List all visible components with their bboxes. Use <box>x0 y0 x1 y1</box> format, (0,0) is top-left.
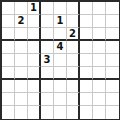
cell-r7c9[interactable] <box>106 80 119 93</box>
cell-r2c8[interactable] <box>93 15 106 28</box>
cell-r8c6[interactable] <box>67 93 80 106</box>
given-digit: 4 <box>57 42 64 52</box>
cell-r2c7[interactable] <box>80 15 93 28</box>
cell-r5c3[interactable] <box>28 54 41 67</box>
cell-r5c4[interactable]: 3 <box>41 54 54 67</box>
cell-r8c1[interactable] <box>2 93 15 106</box>
cell-r7c3[interactable] <box>28 80 41 93</box>
cell-r1c3[interactable]: 1 <box>28 2 41 15</box>
cell-r6c9[interactable] <box>106 67 119 80</box>
cell-r5c7[interactable] <box>80 54 93 67</box>
cell-r6c5[interactable] <box>54 67 67 80</box>
cell-r4c5[interactable]: 4 <box>54 41 67 54</box>
cell-r9c2[interactable] <box>15 106 28 119</box>
given-digit: 1 <box>30 3 37 13</box>
cell-r9c5[interactable] <box>54 106 67 119</box>
cell-r4c3[interactable] <box>28 41 41 54</box>
cell-r6c7[interactable] <box>80 67 93 80</box>
cell-r6c2[interactable] <box>15 67 28 80</box>
cell-r3c1[interactable] <box>2 28 15 41</box>
cell-r9c9[interactable] <box>106 106 119 119</box>
cell-r2c1[interactable] <box>2 15 15 28</box>
cell-r9c6[interactable] <box>67 106 80 119</box>
cell-r3c4[interactable] <box>41 28 54 41</box>
cell-r5c9[interactable] <box>106 54 119 67</box>
cell-r8c5[interactable] <box>54 93 67 106</box>
cell-r7c8[interactable] <box>93 80 106 93</box>
cell-r1c4[interactable] <box>41 2 54 15</box>
given-digit: 3 <box>44 55 51 65</box>
cell-r2c5[interactable]: 1 <box>54 15 67 28</box>
cell-r2c2[interactable]: 2 <box>15 15 28 28</box>
cell-r1c6[interactable] <box>67 2 80 15</box>
given-digit: 1 <box>57 16 64 26</box>
cell-r2c6[interactable] <box>67 15 80 28</box>
cell-r4c6[interactable] <box>67 41 80 54</box>
cell-r6c1[interactable] <box>2 67 15 80</box>
cell-r3c8[interactable] <box>93 28 106 41</box>
cell-r5c6[interactable] <box>67 54 80 67</box>
cell-r8c7[interactable] <box>80 93 93 106</box>
cell-r7c1[interactable] <box>2 80 15 93</box>
cell-r8c4[interactable] <box>41 93 54 106</box>
given-digit: 2 <box>69 29 76 39</box>
cell-r3c6[interactable]: 2 <box>67 28 80 41</box>
cell-r4c9[interactable] <box>106 41 119 54</box>
cell-r4c8[interactable] <box>93 41 106 54</box>
cell-r4c7[interactable] <box>80 41 93 54</box>
sudoku-board: 121243 <box>0 0 120 120</box>
cell-r9c1[interactable] <box>2 106 15 119</box>
cell-r1c7[interactable] <box>80 2 93 15</box>
cell-r7c4[interactable] <box>41 80 54 93</box>
cell-r9c4[interactable] <box>41 106 54 119</box>
cell-r3c9[interactable] <box>106 28 119 41</box>
cell-r1c2[interactable] <box>15 2 28 15</box>
cell-r1c9[interactable] <box>106 2 119 15</box>
cell-r2c3[interactable] <box>28 15 41 28</box>
cell-r7c7[interactable] <box>80 80 93 93</box>
cell-r9c3[interactable] <box>28 106 41 119</box>
cell-r1c5[interactable] <box>54 2 67 15</box>
given-digit: 2 <box>18 16 25 26</box>
cell-r7c5[interactable] <box>54 80 67 93</box>
cell-r6c3[interactable] <box>28 67 41 80</box>
cell-r8c3[interactable] <box>28 93 41 106</box>
cell-r3c2[interactable] <box>15 28 28 41</box>
cell-r9c7[interactable] <box>80 106 93 119</box>
cell-r3c7[interactable] <box>80 28 93 41</box>
cell-r1c8[interactable] <box>93 2 106 15</box>
cell-r4c2[interactable] <box>15 41 28 54</box>
cell-r5c2[interactable] <box>15 54 28 67</box>
cell-r5c8[interactable] <box>93 54 106 67</box>
cell-r4c1[interactable] <box>2 41 15 54</box>
cell-r8c2[interactable] <box>15 93 28 106</box>
cell-r3c3[interactable] <box>28 28 41 41</box>
cell-r5c1[interactable] <box>2 54 15 67</box>
cell-r8c8[interactable] <box>93 93 106 106</box>
cell-r3c5[interactable] <box>54 28 67 41</box>
cell-r5c5[interactable] <box>54 54 67 67</box>
cell-r9c8[interactable] <box>93 106 106 119</box>
cell-r7c6[interactable] <box>67 80 80 93</box>
cell-r8c9[interactable] <box>106 93 119 106</box>
cell-r1c1[interactable] <box>2 2 15 15</box>
cell-r6c8[interactable] <box>93 67 106 80</box>
cell-r4c4[interactable] <box>41 41 54 54</box>
cell-r6c6[interactable] <box>67 67 80 80</box>
cell-r7c2[interactable] <box>15 80 28 93</box>
cell-r6c4[interactable] <box>41 67 54 80</box>
cell-r2c4[interactable] <box>41 15 54 28</box>
cell-r2c9[interactable] <box>106 15 119 28</box>
